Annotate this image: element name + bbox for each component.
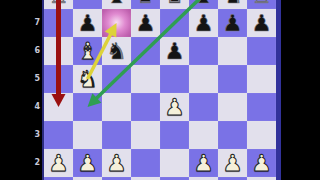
square-c5[interactable] — [102, 65, 131, 93]
black-pawn-e6[interactable]: ♟ — [160, 37, 189, 65]
square-e1[interactable]: ♚ — [160, 177, 189, 180]
black-king-e8[interactable]: ♚ — [160, 0, 189, 9]
square-e5[interactable] — [160, 65, 189, 93]
white-pawn-b2[interactable]: ♟ — [73, 149, 102, 177]
square-d6[interactable] — [131, 37, 160, 65]
square-d2[interactable] — [131, 149, 160, 177]
square-f1[interactable]: ♝ — [189, 177, 218, 180]
square-f3[interactable] — [189, 121, 218, 149]
white-pawn-e4[interactable]: ♟ — [160, 93, 189, 121]
square-g7[interactable]: ♟ — [218, 9, 247, 37]
rank-label-8: 8 — [26, 0, 40, 1]
white-rook-h1[interactable]: ♜ — [247, 177, 276, 180]
rank-label-column: 87654321 — [0, 0, 42, 180]
square-c7[interactable] — [102, 9, 131, 37]
rank-label-5: 5 — [26, 73, 40, 85]
square-g1[interactable]: ♞ — [218, 177, 247, 180]
square-c1[interactable] — [102, 177, 131, 180]
square-c3[interactable] — [102, 121, 131, 149]
black-rook-h8[interactable]: ♜ — [247, 0, 276, 9]
black-queen-d8[interactable]: ♛ — [131, 0, 160, 9]
white-queen-d1[interactable]: ♛ — [131, 177, 160, 180]
square-f6[interactable] — [189, 37, 218, 65]
rank-label-2: 2 — [26, 157, 40, 169]
black-pawn-h7[interactable]: ♟ — [247, 9, 276, 37]
white-bishop-b6[interactable]: ♝ — [73, 37, 102, 65]
black-bishop-f8[interactable]: ♝ — [189, 0, 218, 9]
square-g6[interactable] — [218, 37, 247, 65]
square-e7[interactable] — [160, 9, 189, 37]
square-h5[interactable] — [247, 65, 276, 93]
square-h4[interactable] — [247, 93, 276, 121]
square-d8[interactable]: ♛ — [131, 0, 160, 9]
square-g3[interactable] — [218, 121, 247, 149]
square-g2[interactable]: ♟ — [218, 149, 247, 177]
square-c4[interactable] — [102, 93, 131, 121]
white-pawn-f2[interactable]: ♟ — [189, 149, 218, 177]
rank-label-4: 4 — [26, 101, 40, 113]
black-knight-c6[interactable]: ♞ — [102, 37, 131, 65]
square-h2[interactable]: ♟ — [247, 149, 276, 177]
square-a4[interactable] — [44, 93, 73, 121]
square-b4[interactable] — [73, 93, 102, 121]
square-h6[interactable] — [247, 37, 276, 65]
rank-label-6: 6 — [26, 45, 40, 57]
square-b1[interactable] — [73, 177, 102, 180]
white-pawn-g2[interactable]: ♟ — [218, 149, 247, 177]
black-pawn-g7[interactable]: ♟ — [218, 9, 247, 37]
square-d3[interactable] — [131, 121, 160, 149]
black-rook-a8[interactable]: ♜ — [44, 0, 73, 9]
square-e2[interactable] — [160, 149, 189, 177]
square-a3[interactable] — [44, 121, 73, 149]
square-a6[interactable] — [44, 37, 73, 65]
white-knight-g1[interactable]: ♞ — [218, 177, 247, 180]
white-knight-b5[interactable]: ♞ — [73, 65, 102, 93]
white-pawn-a2[interactable]: ♟ — [44, 149, 73, 177]
square-g4[interactable] — [218, 93, 247, 121]
square-f7[interactable]: ♟ — [189, 9, 218, 37]
black-bishop-c8[interactable]: ♝ — [102, 0, 131, 9]
square-e8[interactable]: ♚ — [160, 0, 189, 9]
square-c2[interactable]: ♟ — [102, 149, 131, 177]
black-pawn-b7[interactable]: ♟ — [73, 9, 102, 37]
square-d7[interactable]: ♟ — [131, 9, 160, 37]
square-a5[interactable] — [44, 65, 73, 93]
right-black-bar — [281, 0, 320, 180]
square-h3[interactable] — [247, 121, 276, 149]
square-f4[interactable] — [189, 93, 218, 121]
square-b2[interactable]: ♟ — [73, 149, 102, 177]
square-b6[interactable]: ♝ — [73, 37, 102, 65]
square-h8[interactable]: ♜ — [247, 0, 276, 9]
square-a7[interactable] — [44, 9, 73, 37]
square-d1[interactable]: ♛ — [131, 177, 160, 180]
square-b8[interactable] — [73, 0, 102, 9]
app-background: 87654321 ♜♝♛♚♝♞♜♟♟♟♟♟♝♞♟♞♟♟♟♟♟♟♟♜♛♚♝♞♜ — [0, 0, 320, 180]
square-g8[interactable]: ♞ — [218, 0, 247, 9]
black-pawn-f7[interactable]: ♟ — [189, 9, 218, 37]
square-b3[interactable] — [73, 121, 102, 149]
square-f5[interactable] — [189, 65, 218, 93]
black-pawn-d7[interactable]: ♟ — [131, 9, 160, 37]
square-b7[interactable]: ♟ — [73, 9, 102, 37]
white-bishop-f1[interactable]: ♝ — [189, 177, 218, 180]
square-c6[interactable]: ♞ — [102, 37, 131, 65]
square-b5[interactable]: ♞ — [73, 65, 102, 93]
square-e6[interactable]: ♟ — [160, 37, 189, 65]
white-pawn-h2[interactable]: ♟ — [247, 149, 276, 177]
white-pawn-c2[interactable]: ♟ — [102, 149, 131, 177]
black-knight-g8[interactable]: ♞ — [218, 0, 247, 9]
square-f2[interactable]: ♟ — [189, 149, 218, 177]
square-e4[interactable]: ♟ — [160, 93, 189, 121]
square-g5[interactable] — [218, 65, 247, 93]
square-d4[interactable] — [131, 93, 160, 121]
square-f8[interactable]: ♝ — [189, 0, 218, 9]
rank-label-7: 7 — [26, 17, 40, 29]
square-a8[interactable]: ♜ — [44, 0, 73, 9]
square-h7[interactable]: ♟ — [247, 9, 276, 37]
square-d5[interactable] — [131, 65, 160, 93]
square-e3[interactable] — [160, 121, 189, 149]
white-king-e1[interactable]: ♚ — [160, 177, 189, 180]
rank-label-3: 3 — [26, 129, 40, 141]
square-a2[interactable]: ♟ — [44, 149, 73, 177]
square-c8[interactable]: ♝ — [102, 0, 131, 9]
white-rook-a1[interactable]: ♜ — [44, 177, 73, 180]
square-a1[interactable]: ♜ — [44, 177, 73, 180]
chess-board[interactable]: ♜♝♛♚♝♞♜♟♟♟♟♟♝♞♟♞♟♟♟♟♟♟♟♜♛♚♝♞♜ — [44, 0, 276, 180]
square-h1[interactable]: ♜ — [247, 177, 276, 180]
